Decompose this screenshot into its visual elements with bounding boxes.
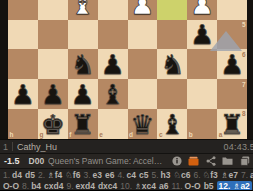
square-d4[interactable]: ♟ — [128, 0, 158, 20]
square-f7[interactable]: ♟ — [68, 79, 98, 109]
square-e4[interactable] — [98, 0, 128, 20]
move[interactable]: O-O — [3, 181, 19, 191]
board-grid: ♚♜♛♞♜♟♟♝♟♞♟♝♟♟♟♞♟♞♟♟♟♟♝♚♜♛♝♜ — [8, 0, 247, 139]
square-c4[interactable] — [157, 0, 187, 20]
move-arrow-a6-a5 — [210, 31, 242, 51]
file-label-a: a — [219, 131, 223, 138]
move-list: 1.d4d52.♗f4♘f63.e3e64.c4c55.h3♘c66.♘f3♗e… — [0, 168, 253, 190]
black-pawn-h7: ♟ — [11, 81, 35, 108]
square-a4[interactable] — [217, 0, 247, 20]
player-name[interactable]: Cathy_Hu — [17, 142, 57, 152]
square-h6[interactable] — [8, 49, 38, 79]
move[interactable]: ♗e7 — [221, 170, 238, 180]
black-pawn-f7: ♟ — [71, 81, 95, 108]
chess-analysis-screen: ♚♜♛♞♜♟♟♝♟♞♟♝♟♟♟♞♟♞♟♟♟♟♝♚♜♛♝♜ 5678hgfedcb… — [0, 0, 253, 190]
move[interactable]: ♘c6 — [173, 170, 190, 180]
chess-board: ♚♜♛♞♜♟♟♝♟♞♟♝♟♟♟♞♟♞♟♟♟♟♝♚♜♛♝♜ 5678hgfedcb… — [8, 0, 247, 139]
square-d7[interactable] — [128, 79, 158, 109]
black-rook-f8: ♜ — [71, 111, 95, 138]
move-number: 7. — [241, 170, 248, 180]
black-king-g8: ♚ — [41, 111, 65, 138]
move-number: 9. — [66, 181, 73, 191]
explorer-folder-icon[interactable] — [222, 156, 233, 167]
square-b6[interactable] — [187, 49, 217, 79]
square-e5[interactable] — [98, 20, 128, 50]
square-f8[interactable]: ♜ — [68, 109, 98, 139]
white-bishop-f4: ♝ — [71, 0, 95, 18]
move[interactable]: ♗xc4 — [134, 181, 156, 191]
square-g7[interactable]: ♟ — [38, 79, 68, 109]
move-number: 5. — [151, 170, 158, 180]
file-label-f: f — [69, 131, 71, 138]
move[interactable]: h3 — [161, 170, 171, 180]
move-number: 3. — [83, 170, 90, 180]
move[interactable]: e6 — [105, 170, 114, 180]
file-label-g: g — [39, 131, 43, 138]
move[interactable]: c5 — [139, 170, 148, 180]
square-f5[interactable] — [68, 20, 98, 50]
eval-score: -1.5 — [4, 156, 20, 166]
square-c5[interactable] — [157, 20, 187, 50]
player-clock: 04:43.5 — [224, 142, 253, 152]
white-pawn-d4: ♟ — [130, 0, 154, 18]
move[interactable]: ♘f3 — [203, 170, 218, 180]
black-knight-c6: ♞ — [160, 51, 184, 78]
square-g6[interactable] — [38, 49, 68, 79]
move[interactable]: d5 — [25, 170, 35, 180]
move[interactable]: e3 — [93, 170, 102, 180]
black-knight-f6: ♞ — [71, 51, 95, 78]
move[interactable]: a6 — [159, 181, 168, 191]
square-e7[interactable]: ♝ — [98, 79, 128, 109]
move[interactable]: cxd4 — [44, 181, 63, 191]
move[interactable]: exd4 — [76, 181, 95, 191]
move-number: 2. — [38, 170, 45, 180]
square-b7[interactable] — [187, 79, 217, 109]
black-pawn-a6: ♟ — [220, 51, 244, 78]
move-number: 10. — [120, 181, 132, 191]
rank-label-7: 7 — [242, 81, 246, 88]
move-list-line-2: O-O8.b4cxd49.exd4dxc410.♗xc4a611.O-Ob512… — [3, 181, 253, 191]
square-f4[interactable]: ♝ — [68, 0, 98, 20]
move-list-line-1: 1.d4d52.♗f4♘f63.e3e64.c4c55.h3♘c66.♘f3♗e… — [3, 170, 253, 181]
toolbar-icons — [171, 156, 250, 167]
analysis-tab-icon[interactable] — [188, 156, 199, 167]
move[interactable]: b5 — [204, 181, 214, 191]
divider — [12, 142, 13, 151]
black-pawn-e6: ♟ — [100, 51, 124, 78]
rank-label-8: 8 — [242, 110, 246, 117]
move[interactable]: O-O — [185, 181, 201, 191]
square-f6[interactable]: ♞ — [68, 49, 98, 79]
player-bar: 1 Cathy_Hu 04:43.5 — [0, 139, 253, 153]
move-number: 6. — [194, 170, 201, 180]
black-pawn-g7: ♟ — [41, 81, 65, 108]
rank-label-6: 6 — [242, 51, 246, 58]
square-g4[interactable] — [38, 0, 68, 20]
move[interactable]: d4 — [12, 170, 22, 180]
square-e6[interactable]: ♟ — [98, 49, 128, 79]
info-icon[interactable] — [171, 156, 182, 167]
analysis-bar: -1.5 D00 Queen's Pawn Game: Accelerated … — [0, 153, 253, 168]
move-number: 11. — [171, 181, 182, 191]
black-bishop-e7: ♝ — [100, 81, 124, 108]
square-c6[interactable]: ♞ — [157, 49, 187, 79]
square-b4[interactable]: ♟ — [187, 0, 217, 20]
move[interactable]: c4 — [127, 170, 136, 180]
file-label-h: h — [10, 131, 14, 138]
move[interactable]: dxc4 — [98, 181, 117, 191]
move[interactable]: ♘f6 — [65, 170, 80, 180]
square-c7[interactable] — [157, 79, 187, 109]
square-g5[interactable] — [38, 20, 68, 50]
square-h4[interactable] — [8, 0, 38, 20]
current-move[interactable]: 12. ♗a2 — [217, 181, 252, 191]
file-label-b: b — [189, 131, 193, 138]
square-h7[interactable]: ♟ — [8, 79, 38, 109]
black-bishop-c8: ♝ — [160, 111, 184, 138]
move[interactable]: b4 — [31, 181, 41, 191]
move-number: 4. — [117, 170, 124, 180]
opening-name: Queen's Pawn Game: Accelerated Lo… — [48, 156, 166, 166]
board-number: 1 — [3, 142, 8, 152]
file-label-d: d — [129, 131, 133, 138]
opening-eco-code: D00 — [29, 156, 45, 166]
book-icon[interactable] — [239, 156, 250, 167]
move[interactable]: a3 — [250, 170, 253, 180]
move-number: 8. — [22, 181, 29, 191]
move-number: 1. — [3, 170, 10, 180]
white-pawn-b4: ♟ — [190, 0, 214, 18]
square-d5[interactable] — [128, 20, 158, 50]
square-h5[interactable] — [8, 20, 38, 50]
share-icon[interactable] — [205, 156, 216, 167]
move[interactable]: ♗f4 — [47, 170, 62, 180]
black-rook-a8: ♜ — [220, 111, 244, 138]
square-d6[interactable] — [128, 49, 158, 79]
file-label-c: c — [159, 131, 163, 138]
file-label-e: e — [99, 131, 103, 138]
black-queen-d8: ♛ — [130, 111, 154, 138]
rank-label-5: 5 — [242, 21, 246, 28]
